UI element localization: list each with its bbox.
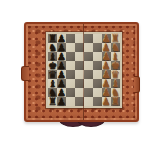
board-square-r7c1[interactable]: ♟ (57, 97, 66, 106)
board-square-r7c0[interactable]: ♜ (48, 97, 57, 106)
white-pawn-piece[interactable]: ♟ (102, 97, 111, 106)
latch-tab (21, 66, 29, 81)
white-rook-piece[interactable]: ♜ (111, 97, 120, 106)
board-square-r7c2[interactable] (66, 97, 75, 106)
board-square-r2c4[interactable] (84, 52, 93, 61)
foot-stand (59, 113, 105, 127)
board-square-r6c4[interactable] (84, 88, 93, 97)
photo-scene: ♜♟♟♜♞♟♟♞♝♟♟♝♚♟♟♚♛♟♟♛♝♟♟♝♞♟♟♞♜♟♟♜ (0, 0, 160, 160)
board-square-r7c7[interactable]: ♜ (111, 97, 120, 106)
board-square-r4c5[interactable] (93, 70, 102, 79)
board-square-r7c6[interactable]: ♟ (102, 97, 111, 106)
board-square-r2c5[interactable] (93, 52, 102, 61)
board-square-r3c5[interactable] (93, 61, 102, 70)
board-square-r6c5[interactable] (93, 88, 102, 97)
board-square-r6c2[interactable] (66, 88, 75, 97)
board-square-r7c5[interactable] (93, 97, 102, 106)
foot-lobe-right (77, 112, 105, 127)
board-square-r5c5[interactable] (93, 79, 102, 88)
board-square-r3c2[interactable] (66, 61, 75, 70)
black-rook-piece[interactable]: ♜ (48, 97, 57, 106)
board-square-r5c2[interactable] (66, 79, 75, 88)
board-square-r1c2[interactable] (66, 43, 75, 52)
board-square-r3c4[interactable] (84, 61, 93, 70)
board-square-r0c4[interactable] (84, 34, 93, 43)
board-square-r4c4[interactable] (84, 70, 93, 79)
board-square-r0c5[interactable] (93, 34, 102, 43)
board-square-r5c4[interactable] (84, 79, 93, 88)
fold-seam (83, 24, 84, 120)
board-square-r4c2[interactable] (66, 70, 75, 79)
black-pawn-piece[interactable]: ♟ (57, 97, 66, 106)
hinge-bump (134, 76, 140, 93)
chess-board: ♜♟♟♜♞♟♟♞♝♟♟♝♚♟♟♚♛♟♟♛♝♟♟♝♞♟♟♞♜♟♟♜ (46, 32, 122, 108)
board-square-r2c2[interactable] (66, 52, 75, 61)
board-square-r1c5[interactable] (93, 43, 102, 52)
board-square-r1c4[interactable] (84, 43, 93, 52)
board-square-r0c2[interactable] (66, 34, 75, 43)
board-square-r7c4[interactable] (84, 97, 93, 106)
carved-chess-box: ♜♟♟♜♞♟♟♞♝♟♟♝♚♟♟♚♛♟♟♛♝♟♟♝♞♟♟♞♜♟♟♜ (24, 22, 139, 122)
